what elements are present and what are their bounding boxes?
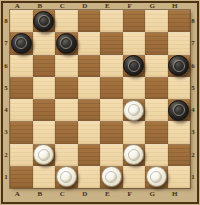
square-a6[interactable] xyxy=(10,55,33,77)
black-checker-b8[interactable] xyxy=(33,11,54,32)
square-e2[interactable] xyxy=(100,144,123,166)
black-checker-h4[interactable] xyxy=(168,100,189,121)
file-label-bottom-d: D xyxy=(74,188,97,201)
square-a3[interactable] xyxy=(10,121,33,143)
square-f5[interactable] xyxy=(123,77,146,99)
file-label-bottom-c: C xyxy=(51,188,74,201)
rank-labels-right: 87654321 xyxy=(189,10,197,188)
rank-label-right-4: 4 xyxy=(189,99,197,121)
file-label-top-c: C xyxy=(51,2,74,10)
square-a1[interactable] xyxy=(10,166,33,188)
square-b7[interactable] xyxy=(33,32,56,54)
rank-label-left-3: 3 xyxy=(2,121,10,143)
file-label-top-g: G xyxy=(141,2,164,10)
file-label-top-a: A xyxy=(6,2,29,10)
black-checker-c7[interactable] xyxy=(56,33,77,54)
square-e6[interactable] xyxy=(100,55,123,77)
square-f3[interactable] xyxy=(123,121,146,143)
square-e3[interactable] xyxy=(100,121,123,143)
file-label-bottom-b: B xyxy=(29,188,52,201)
file-label-top-d: D xyxy=(74,2,97,10)
file-label-top-b: B xyxy=(29,2,52,10)
file-labels-top: ABCDEFGH xyxy=(10,2,190,10)
rank-label-left-6: 6 xyxy=(2,55,10,77)
square-d4[interactable] xyxy=(78,99,101,121)
square-d2[interactable] xyxy=(78,144,101,166)
square-h8[interactable] xyxy=(168,10,191,32)
square-c2[interactable] xyxy=(55,144,78,166)
square-c7[interactable] xyxy=(55,32,78,54)
square-h7[interactable] xyxy=(168,32,191,54)
rank-label-right-5: 5 xyxy=(189,77,197,99)
square-d1[interactable] xyxy=(78,166,101,188)
white-checker-f4[interactable] xyxy=(123,100,144,121)
file-label-top-h: H xyxy=(164,2,187,10)
black-checker-f6[interactable] xyxy=(123,55,144,76)
rank-label-left-8: 8 xyxy=(2,10,10,32)
file-label-top-e: E xyxy=(96,2,119,10)
white-checker-g1[interactable] xyxy=(146,166,167,187)
rank-label-right-8: 8 xyxy=(189,10,197,32)
square-b8[interactable] xyxy=(33,10,56,32)
rank-label-left-7: 7 xyxy=(2,32,10,54)
file-label-bottom-a: A xyxy=(6,188,29,201)
square-e4[interactable] xyxy=(100,99,123,121)
square-b6[interactable] xyxy=(33,55,56,77)
square-b1[interactable] xyxy=(33,166,56,188)
square-a2[interactable] xyxy=(10,144,33,166)
square-g6[interactable] xyxy=(145,55,168,77)
white-checker-e1[interactable] xyxy=(101,166,122,187)
rank-label-left-1: 1 xyxy=(2,166,10,188)
square-g5[interactable] xyxy=(145,77,168,99)
white-checker-c1[interactable] xyxy=(56,166,77,187)
square-g2[interactable] xyxy=(145,144,168,166)
rank-label-right-3: 3 xyxy=(189,121,197,143)
square-c6[interactable] xyxy=(55,55,78,77)
square-g7[interactable] xyxy=(145,32,168,54)
square-h3[interactable] xyxy=(168,121,191,143)
rank-label-right-1: 1 xyxy=(189,166,197,188)
square-f7[interactable] xyxy=(123,32,146,54)
square-d5[interactable] xyxy=(78,77,101,99)
file-label-bottom-h: H xyxy=(164,188,187,201)
square-h1[interactable] xyxy=(168,166,191,188)
square-h5[interactable] xyxy=(168,77,191,99)
square-d8[interactable] xyxy=(78,10,101,32)
square-c8[interactable] xyxy=(55,10,78,32)
square-h2[interactable] xyxy=(168,144,191,166)
square-c5[interactable] xyxy=(55,77,78,99)
file-label-bottom-g: G xyxy=(141,188,164,201)
square-e7[interactable] xyxy=(100,32,123,54)
file-label-bottom-f: F xyxy=(119,188,142,201)
file-label-top-f: F xyxy=(119,2,142,10)
square-f8[interactable] xyxy=(123,10,146,32)
square-b4[interactable] xyxy=(33,99,56,121)
file-label-bottom-e: E xyxy=(96,188,119,201)
square-e1[interactable] xyxy=(100,166,123,188)
square-d7[interactable] xyxy=(78,32,101,54)
square-b2[interactable] xyxy=(33,144,56,166)
square-a4[interactable] xyxy=(10,99,33,121)
white-checker-b2[interactable] xyxy=(33,144,54,165)
square-c1[interactable] xyxy=(55,166,78,188)
file-labels-bottom: ABCDEFGH xyxy=(10,188,190,201)
square-e8[interactable] xyxy=(100,10,123,32)
rank-labels-left: 87654321 xyxy=(2,10,10,188)
square-a7[interactable] xyxy=(10,32,33,54)
square-a5[interactable] xyxy=(10,77,33,99)
square-a8[interactable] xyxy=(10,10,33,32)
square-f4[interactable] xyxy=(123,99,146,121)
rank-label-left-5: 5 xyxy=(2,77,10,99)
square-g4[interactable] xyxy=(145,99,168,121)
square-f6[interactable] xyxy=(123,55,146,77)
rank-label-left-4: 4 xyxy=(2,99,10,121)
square-d3[interactable] xyxy=(78,121,101,143)
square-h6[interactable] xyxy=(168,55,191,77)
square-g8[interactable] xyxy=(145,10,168,32)
square-b5[interactable] xyxy=(33,77,56,99)
rank-label-right-6: 6 xyxy=(189,55,197,77)
rank-label-left-2: 2 xyxy=(2,144,10,166)
square-g1[interactable] xyxy=(145,166,168,188)
square-e5[interactable] xyxy=(100,77,123,99)
square-g3[interactable] xyxy=(145,121,168,143)
square-d6[interactable] xyxy=(78,55,101,77)
square-h4[interactable] xyxy=(168,99,191,121)
rank-label-right-7: 7 xyxy=(189,32,197,54)
rank-label-right-2: 2 xyxy=(189,144,197,166)
checkers-board-frame: ABCDEFGH ABCDEFGH 87654321 87654321 xyxy=(0,0,200,205)
black-checker-h6[interactable] xyxy=(168,55,189,76)
square-c4[interactable] xyxy=(55,99,78,121)
square-f2[interactable] xyxy=(123,144,146,166)
square-c3[interactable] xyxy=(55,121,78,143)
checkers-board xyxy=(10,10,190,188)
square-f1[interactable] xyxy=(123,166,146,188)
white-checker-f2[interactable] xyxy=(123,144,144,165)
black-checker-a7[interactable] xyxy=(11,33,32,54)
square-b3[interactable] xyxy=(33,121,56,143)
